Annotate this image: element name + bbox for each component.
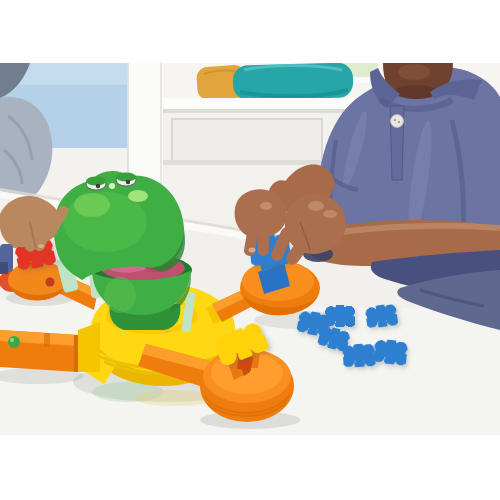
photo-of-frog-game xyxy=(0,0,500,500)
photo-margin-bottom xyxy=(0,435,500,500)
hands-art xyxy=(0,0,500,500)
photo-margin-top xyxy=(0,0,500,63)
knuckle-highlight xyxy=(323,210,337,218)
knuckle-highlight xyxy=(260,202,272,210)
denim-shadow xyxy=(0,262,8,274)
finger xyxy=(257,224,269,256)
knuckle-highlight xyxy=(308,201,324,211)
fingernail xyxy=(38,244,44,248)
fingernail xyxy=(249,248,256,253)
